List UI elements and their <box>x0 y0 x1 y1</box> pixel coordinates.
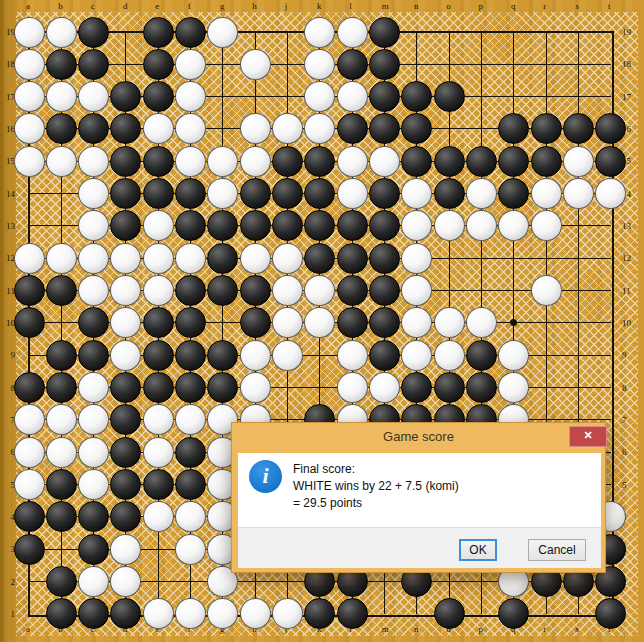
row-label: 14 <box>1 190 15 199</box>
stone-black[interactable] <box>46 340 77 371</box>
stone-black[interactable] <box>143 17 174 48</box>
stone-white[interactable] <box>46 437 77 468</box>
stone-black[interactable] <box>46 372 77 403</box>
column-label: c <box>91 2 95 11</box>
stone-white[interactable] <box>78 437 109 468</box>
column-label: g <box>220 2 225 11</box>
column-label: r <box>543 625 546 634</box>
row-label: 11 <box>1 287 15 296</box>
close-icon[interactable]: ✕ <box>569 426 607 447</box>
row-label: 6 <box>622 448 636 457</box>
stone-white[interactable] <box>143 275 174 306</box>
stone-white[interactable] <box>240 243 271 274</box>
info-icon: i <box>249 460 282 493</box>
column-label: l <box>349 2 352 11</box>
stone-black[interactable] <box>46 49 77 80</box>
stone-black[interactable] <box>143 81 174 112</box>
stone-black[interactable] <box>369 49 400 80</box>
stone-white[interactable] <box>337 146 368 177</box>
stone-white[interactable] <box>143 243 174 274</box>
stone-white[interactable] <box>337 178 368 209</box>
column-label: m <box>382 2 389 11</box>
column-label: n <box>414 2 419 11</box>
column-label: p <box>479 625 484 634</box>
row-label: 4 <box>1 513 15 522</box>
score-line-2: WHITE wins by 22 + 7.5 (komi) <box>293 478 459 495</box>
stone-black[interactable] <box>46 469 77 500</box>
dialog-footer: OK Cancel <box>238 527 601 568</box>
row-label: 5 <box>622 481 636 490</box>
stone-white[interactable] <box>78 146 109 177</box>
row-label: 8 <box>1 384 15 393</box>
row-label: 19 <box>1 28 15 37</box>
stone-white[interactable] <box>595 178 626 209</box>
stone-black[interactable] <box>78 17 109 48</box>
stone-black[interactable] <box>434 178 465 209</box>
stone-black[interactable] <box>369 17 400 48</box>
game-score-dialog: Game score ✕ i Final score: WHITE wins b… <box>231 422 606 573</box>
stone-black[interactable] <box>498 598 529 629</box>
stone-black[interactable] <box>434 598 465 629</box>
row-label: 11 <box>622 287 636 296</box>
stone-white[interactable] <box>337 372 368 403</box>
stone-black[interactable] <box>434 372 465 403</box>
stone-white[interactable] <box>14 113 45 144</box>
stone-black[interactable] <box>143 372 174 403</box>
stone-white[interactable] <box>272 598 303 629</box>
stone-black[interactable] <box>434 146 465 177</box>
stone-white[interactable] <box>272 340 303 371</box>
column-label: a <box>26 2 30 11</box>
stone-white[interactable] <box>531 275 562 306</box>
stone-black[interactable] <box>78 49 109 80</box>
stone-white[interactable] <box>531 178 562 209</box>
stone-black[interactable] <box>337 275 368 306</box>
stone-white[interactable] <box>240 49 271 80</box>
stone-black[interactable] <box>46 275 77 306</box>
row-label: 10 <box>622 319 636 328</box>
stone-white[interactable] <box>175 598 206 629</box>
stone-white[interactable] <box>563 146 594 177</box>
column-label: e <box>155 2 159 11</box>
stone-white[interactable] <box>14 49 45 80</box>
stone-black[interactable] <box>78 598 109 629</box>
row-label: 7 <box>1 416 15 425</box>
stone-black[interactable] <box>78 340 109 371</box>
row-label: 13 <box>622 222 636 231</box>
stone-black[interactable] <box>466 146 497 177</box>
stone-white[interactable] <box>337 340 368 371</box>
row-label: 5 <box>1 481 15 490</box>
row-label: 1 <box>1 610 15 619</box>
stone-black[interactable] <box>304 598 335 629</box>
stone-black[interactable] <box>143 178 174 209</box>
stone-black[interactable] <box>466 340 497 371</box>
stone-black[interactable] <box>595 598 626 629</box>
stone-black[interactable] <box>272 146 303 177</box>
ok-button[interactable]: OK <box>459 539 497 561</box>
row-label: 12 <box>622 254 636 263</box>
stone-white[interactable] <box>240 146 271 177</box>
column-label: r <box>543 2 546 11</box>
stone-white[interactable] <box>14 81 45 112</box>
score-line-1: Final score: <box>293 461 459 478</box>
stone-black[interactable] <box>595 113 626 144</box>
row-label: 9 <box>622 351 636 360</box>
column-label: p <box>479 2 484 11</box>
stone-black[interactable] <box>369 243 400 274</box>
column-label: m <box>382 625 389 634</box>
column-label: o <box>446 2 451 11</box>
stone-white[interactable] <box>46 17 77 48</box>
stone-white[interactable] <box>175 534 206 565</box>
stone-black[interactable] <box>175 340 206 371</box>
score-line-3: = 29.5 points <box>293 495 459 512</box>
dialog-title: Game score <box>232 423 605 453</box>
stone-black[interactable] <box>531 146 562 177</box>
row-label: 18 <box>622 60 636 69</box>
column-label: f <box>188 2 191 11</box>
stone-white[interactable] <box>434 340 465 371</box>
stone-white[interactable] <box>337 81 368 112</box>
stone-white[interactable] <box>175 49 206 80</box>
stone-black[interactable] <box>175 17 206 48</box>
stone-white[interactable] <box>46 146 77 177</box>
stone-white[interactable] <box>143 598 174 629</box>
cancel-button[interactable]: Cancel <box>528 539 586 561</box>
column-label: t <box>608 2 611 11</box>
stone-white[interactable] <box>14 404 45 435</box>
row-label: 8 <box>622 384 636 393</box>
stone-black[interactable] <box>14 501 45 532</box>
stone-white[interactable] <box>143 437 174 468</box>
stone-white[interactable] <box>240 598 271 629</box>
row-label: 9 <box>1 351 15 360</box>
stone-black[interactable] <box>337 598 368 629</box>
row-label: 19 <box>622 28 636 37</box>
stone-white[interactable] <box>207 17 238 48</box>
row-label: 3 <box>1 545 15 554</box>
row-label: 15 <box>1 157 15 166</box>
stone-white[interactable] <box>304 17 335 48</box>
stone-black[interactable] <box>337 49 368 80</box>
stone-white[interactable] <box>14 243 45 274</box>
stone-white[interactable] <box>337 17 368 48</box>
row-label: 10 <box>1 319 15 328</box>
stone-black[interactable] <box>434 81 465 112</box>
column-label: s <box>576 625 580 634</box>
column-label: k <box>317 2 322 11</box>
row-label: 13 <box>1 222 15 231</box>
column-label: d <box>123 2 128 11</box>
row-label: 17 <box>622 93 636 102</box>
row-label: 7 <box>622 416 636 425</box>
column-label: j <box>285 2 288 11</box>
stone-black[interactable] <box>143 340 174 371</box>
stone-black[interactable] <box>14 372 45 403</box>
stone-black[interactable] <box>240 178 271 209</box>
column-label: s <box>576 2 580 11</box>
column-label: a <box>26 625 30 634</box>
stone-white[interactable] <box>14 437 45 468</box>
stone-white[interactable] <box>240 372 271 403</box>
go-app-window: aabbccddeeffgghhjjkkllmmnnooppqqrrsstt19… <box>0 0 644 642</box>
stone-black[interactable] <box>14 275 45 306</box>
stone-white[interactable] <box>14 17 45 48</box>
stone-black[interactable] <box>240 275 271 306</box>
dialog-body: i Final score: WHITE wins by 22 + 7.5 (k… <box>238 453 601 527</box>
stone-black[interactable] <box>369 340 400 371</box>
column-label: q <box>511 2 516 11</box>
stone-black[interactable] <box>46 566 77 597</box>
stone-white[interactable] <box>175 243 206 274</box>
stone-white[interactable] <box>175 146 206 177</box>
stone-black[interactable] <box>46 598 77 629</box>
stone-white[interactable] <box>46 243 77 274</box>
column-label: b <box>58 2 63 11</box>
column-label: n <box>414 625 419 634</box>
stone-white[interactable] <box>14 146 45 177</box>
stone-black[interactable] <box>14 307 45 338</box>
row-label: 2 <box>1 578 15 587</box>
row-label: 12 <box>1 254 15 263</box>
stone-white[interactable] <box>46 81 77 112</box>
stone-white[interactable] <box>14 469 45 500</box>
stone-black[interactable] <box>14 534 45 565</box>
stone-black[interactable] <box>143 469 174 500</box>
stone-white[interactable] <box>78 243 109 274</box>
stone-white[interactable] <box>240 340 271 371</box>
stone-black[interactable] <box>175 437 206 468</box>
row-label: 17 <box>1 93 15 102</box>
row-label: 6 <box>1 448 15 457</box>
stone-black[interactable] <box>595 146 626 177</box>
stone-black[interactable] <box>143 49 174 80</box>
stone-black[interactable] <box>110 598 141 629</box>
row-label: 18 <box>1 60 15 69</box>
row-label: 16 <box>1 125 15 134</box>
stone-black[interactable] <box>143 146 174 177</box>
stone-black[interactable] <box>337 243 368 274</box>
score-message: Final score: WHITE wins by 22 + 7.5 (kom… <box>293 461 459 512</box>
column-label: h <box>252 2 257 11</box>
stone-white[interactable] <box>369 146 400 177</box>
stone-black[interactable] <box>78 534 109 565</box>
stone-white[interactable] <box>207 598 238 629</box>
stone-white[interactable] <box>272 243 303 274</box>
